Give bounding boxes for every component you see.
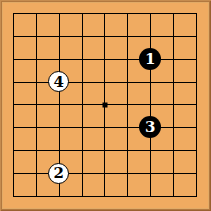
intersection — [116, 185, 139, 208]
intersection — [162, 70, 185, 93]
intersection — [185, 116, 208, 139]
intersection — [47, 93, 70, 116]
intersection — [93, 93, 116, 116]
stone-3-black: 3 — [139, 116, 161, 138]
intersection — [139, 162, 162, 185]
intersection — [70, 162, 93, 185]
intersection — [139, 139, 162, 162]
intersection — [116, 162, 139, 185]
intersection — [70, 185, 93, 208]
intersection — [24, 47, 47, 70]
intersection — [185, 24, 208, 47]
intersection — [93, 162, 116, 185]
intersection — [139, 185, 162, 208]
intersection — [47, 2, 70, 25]
intersection — [47, 24, 70, 47]
stone-number: 4 — [54, 74, 64, 90]
intersection — [93, 70, 116, 93]
intersection — [139, 2, 162, 25]
hoshi-point — [102, 102, 107, 107]
intersection — [24, 185, 47, 208]
intersection — [24, 139, 47, 162]
stone-number: 2 — [54, 165, 64, 181]
intersection — [185, 47, 208, 70]
intersection — [24, 93, 47, 116]
intersection — [162, 47, 185, 70]
intersection — [47, 139, 70, 162]
intersection: 3 — [139, 116, 162, 139]
intersection — [2, 116, 25, 139]
intersection — [70, 139, 93, 162]
intersection — [47, 116, 70, 139]
intersection — [70, 47, 93, 70]
intersection — [24, 24, 47, 47]
intersection — [162, 2, 185, 25]
intersection — [47, 47, 70, 70]
intersection — [162, 24, 185, 47]
intersection — [116, 116, 139, 139]
intersection — [185, 162, 208, 185]
intersection — [139, 24, 162, 47]
intersection — [185, 139, 208, 162]
intersection — [93, 185, 116, 208]
intersection: 2 — [47, 162, 70, 185]
intersection — [2, 139, 25, 162]
stone-1-black: 1 — [139, 48, 161, 70]
intersection — [116, 139, 139, 162]
intersection — [24, 116, 47, 139]
intersection — [139, 93, 162, 116]
stone-number: 3 — [145, 119, 155, 135]
intersection — [24, 70, 47, 93]
intersection — [185, 2, 208, 25]
intersection — [185, 185, 208, 208]
intersection — [162, 139, 185, 162]
intersection — [162, 116, 185, 139]
intersection — [24, 2, 47, 25]
intersection — [70, 116, 93, 139]
stone-4-white: 4 — [48, 71, 69, 92]
intersection — [2, 47, 25, 70]
intersection — [93, 139, 116, 162]
stone-number: 1 — [145, 51, 155, 67]
intersection — [93, 2, 116, 25]
intersection — [70, 24, 93, 47]
intersection — [162, 185, 185, 208]
intersection — [162, 93, 185, 116]
intersection — [116, 2, 139, 25]
go-board: 1432 — [0, 0, 211, 211]
intersection — [2, 70, 25, 93]
intersection — [116, 70, 139, 93]
intersection — [2, 93, 25, 116]
intersection — [2, 185, 25, 208]
intersection — [47, 185, 70, 208]
intersection: 1 — [139, 47, 162, 70]
intersection — [70, 70, 93, 93]
intersection — [93, 47, 116, 70]
board-grid: 1432 — [2, 2, 208, 208]
intersection — [2, 2, 25, 25]
intersection — [2, 162, 25, 185]
intersection — [139, 70, 162, 93]
intersection: 4 — [47, 70, 70, 93]
stone-2-white: 2 — [48, 163, 69, 184]
intersection — [162, 162, 185, 185]
intersection — [116, 93, 139, 116]
intersection — [116, 24, 139, 47]
intersection — [93, 24, 116, 47]
intersection — [70, 93, 93, 116]
intersection — [70, 2, 93, 25]
intersection — [185, 93, 208, 116]
intersection — [2, 24, 25, 47]
intersection — [24, 162, 47, 185]
intersection — [116, 47, 139, 70]
intersection — [185, 70, 208, 93]
intersection — [93, 116, 116, 139]
